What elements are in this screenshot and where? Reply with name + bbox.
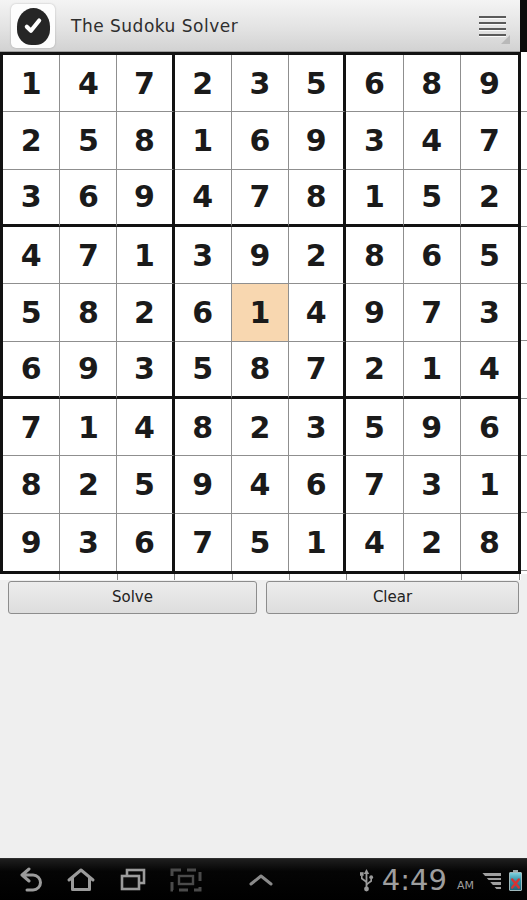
battery-error-icon [509, 870, 522, 891]
sudoku-cell-r6c4[interactable]: 5 [175, 342, 232, 399]
system-navigation-bar: 4:49 AM [0, 858, 527, 900]
sudoku-cell-r2c9[interactable]: 7 [461, 112, 518, 169]
sudoku-cell-r2c2[interactable]: 5 [60, 112, 117, 169]
sudoku-cell-r4c6[interactable]: 2 [289, 227, 346, 284]
screenshot-icon [170, 868, 202, 892]
sudoku-cell-r8c1[interactable]: 8 [3, 456, 60, 513]
sudoku-cell-r3c5[interactable]: 7 [232, 170, 289, 227]
sudoku-cell-r3c9[interactable]: 2 [461, 170, 518, 227]
gridline-stubs-bottom [0, 574, 521, 580]
usb-icon [359, 868, 374, 892]
home-icon [66, 867, 96, 893]
sudoku-cell-r7c5[interactable]: 2 [232, 399, 289, 456]
gridline-stubs-right [521, 52, 527, 574]
sudoku-cell-r9c7[interactable]: 4 [346, 514, 403, 571]
sudoku-cell-r8c3[interactable]: 5 [117, 456, 174, 513]
sudoku-cell-r1c1[interactable]: 1 [3, 55, 60, 112]
checkmark-badge-icon [17, 8, 50, 45]
sudoku-cell-r2c1[interactable]: 2 [3, 112, 60, 169]
header-right-edge [520, 0, 527, 52]
sudoku-cell-r9c9[interactable]: 8 [461, 514, 518, 571]
sudoku-cell-r9c2[interactable]: 3 [60, 514, 117, 571]
sudoku-cell-r8c6[interactable]: 6 [289, 456, 346, 513]
sudoku-cell-r1c7[interactable]: 6 [346, 55, 403, 112]
sudoku-cell-r1c8[interactable]: 8 [404, 55, 461, 112]
sudoku-cell-r4c7[interactable]: 8 [346, 227, 403, 284]
sudoku-cell-r7c8[interactable]: 9 [404, 399, 461, 456]
sudoku-cell-r6c5[interactable]: 8 [232, 342, 289, 399]
sudoku-cell-r9c6[interactable]: 1 [289, 514, 346, 571]
sudoku-cell-r5c1[interactable]: 5 [3, 284, 60, 341]
app-title: The Sudoku Solver [71, 0, 238, 52]
action-bar: The Sudoku Solver [0, 0, 527, 52]
signal-icon [482, 873, 501, 890]
sudoku-cell-r8c2[interactable]: 2 [60, 456, 117, 513]
sudoku-cell-r5c6[interactable]: 4 [289, 284, 346, 341]
menu-button[interactable] [475, 10, 511, 42]
sudoku-cell-r2c7[interactable]: 3 [346, 112, 403, 169]
sudoku-cell-r1c2[interactable]: 4 [60, 55, 117, 112]
sudoku-cell-r1c4[interactable]: 2 [175, 55, 232, 112]
sudoku-cell-r5c9[interactable]: 3 [461, 284, 518, 341]
sudoku-cell-r2c4[interactable]: 1 [175, 112, 232, 169]
sudoku-cell-r8c8[interactable]: 3 [404, 456, 461, 513]
sudoku-cell-r2c3[interactable]: 8 [117, 112, 174, 169]
sudoku-cell-r5c5[interactable]: 1 [232, 284, 289, 341]
notification-handle[interactable] [248, 859, 274, 900]
clear-button[interactable]: Clear [266, 581, 519, 614]
sudoku-cell-r9c5[interactable]: 5 [232, 514, 289, 571]
sudoku-cell-r5c8[interactable]: 7 [404, 284, 461, 341]
app-screen: The Sudoku Solver 1472356892581693473694… [0, 0, 527, 900]
chevron-up-icon [248, 874, 274, 886]
home-button[interactable] [66, 867, 96, 893]
sudoku-cell-r3c6[interactable]: 8 [289, 170, 346, 227]
solve-button[interactable]: Solve [8, 581, 257, 614]
sudoku-cell-r6c6[interactable]: 7 [289, 342, 346, 399]
sudoku-cell-r6c2[interactable]: 9 [60, 342, 117, 399]
sudoku-cell-r1c6[interactable]: 5 [289, 55, 346, 112]
recent-apps-button[interactable] [118, 867, 148, 893]
sudoku-cell-r4c3[interactable]: 1 [117, 227, 174, 284]
sudoku-cell-r5c4[interactable]: 6 [175, 284, 232, 341]
sudoku-cell-r7c2[interactable]: 1 [60, 399, 117, 456]
recent-apps-icon [118, 867, 148, 893]
sudoku-cell-r2c6[interactable]: 9 [289, 112, 346, 169]
screenshot-button[interactable] [170, 868, 202, 892]
sudoku-cell-r6c7[interactable]: 2 [346, 342, 403, 399]
sudoku-cell-r7c4[interactable]: 8 [175, 399, 232, 456]
sudoku-cell-r7c3[interactable]: 4 [117, 399, 174, 456]
sudoku-cell-r2c5[interactable]: 6 [232, 112, 289, 169]
sudoku-cell-r3c8[interactable]: 5 [404, 170, 461, 227]
clock: 4:49 [382, 859, 447, 900]
clock-meridiem: AM [457, 879, 474, 892]
sudoku-cell-r1c3[interactable]: 7 [117, 55, 174, 112]
sudoku-cell-r4c2[interactable]: 7 [60, 227, 117, 284]
sudoku-cell-r4c5[interactable]: 9 [232, 227, 289, 284]
sudoku-cell-r3c2[interactable]: 6 [60, 170, 117, 227]
sudoku-cell-r8c5[interactable]: 4 [232, 456, 289, 513]
sudoku-cell-r4c4[interactable]: 3 [175, 227, 232, 284]
sudoku-cell-r1c5[interactable]: 3 [232, 55, 289, 112]
sudoku-cell-r8c9[interactable]: 1 [461, 456, 518, 513]
sudoku-cell-r9c4[interactable]: 7 [175, 514, 232, 571]
sudoku-cell-r6c3[interactable]: 3 [117, 342, 174, 399]
sudoku-cell-r9c8[interactable]: 2 [404, 514, 461, 571]
sudoku-cell-r3c1[interactable]: 3 [3, 170, 60, 227]
sudoku-cell-r9c1[interactable]: 9 [3, 514, 60, 571]
sudoku-cell-r6c8[interactable]: 1 [404, 342, 461, 399]
fold-corner-icon [501, 35, 510, 44]
sudoku-cell-r8c7[interactable]: 7 [346, 456, 403, 513]
sudoku-board: 1472356892581693473694781524713928655826… [0, 52, 521, 574]
sudoku-cell-r7c9[interactable]: 6 [461, 399, 518, 456]
sudoku-cell-r5c7[interactable]: 9 [346, 284, 403, 341]
sudoku-cell-r7c7[interactable]: 5 [346, 399, 403, 456]
sudoku-cell-r6c9[interactable]: 4 [461, 342, 518, 399]
sudoku-cell-r3c4[interactable]: 4 [175, 170, 232, 227]
sudoku-cell-r9c3[interactable]: 6 [117, 514, 174, 571]
back-icon [14, 867, 44, 893]
back-button[interactable] [14, 867, 44, 893]
sudoku-cell-r3c3[interactable]: 9 [117, 170, 174, 227]
sudoku-cell-r1c9[interactable]: 9 [461, 55, 518, 112]
sudoku-cell-r7c1[interactable]: 7 [3, 399, 60, 456]
sudoku-cell-r7c6[interactable]: 3 [289, 399, 346, 456]
sudoku-cell-r5c2[interactable]: 8 [60, 284, 117, 341]
sudoku-cell-r4c1[interactable]: 4 [3, 227, 60, 284]
app-logo [11, 4, 55, 48]
sudoku-cell-r2c8[interactable]: 4 [404, 112, 461, 169]
sudoku-cell-r4c9[interactable]: 5 [461, 227, 518, 284]
sudoku-cell-r6c1[interactable]: 6 [3, 342, 60, 399]
list-menu-icon [479, 16, 506, 19]
sudoku-cell-r4c8[interactable]: 6 [404, 227, 461, 284]
sudoku-cell-r3c7[interactable]: 1 [346, 170, 403, 227]
sudoku-cell-r8c4[interactable]: 9 [175, 456, 232, 513]
sudoku-cell-r5c3[interactable]: 2 [117, 284, 174, 341]
